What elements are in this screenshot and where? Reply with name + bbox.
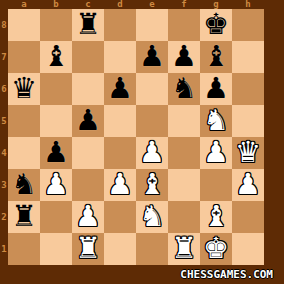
white-knight-g5: ♞ xyxy=(200,105,232,137)
square-a5 xyxy=(8,105,40,137)
square-g5: ♞ xyxy=(200,105,232,137)
square-a7 xyxy=(8,41,40,73)
square-e3: ♝ xyxy=(136,169,168,201)
square-a4 xyxy=(8,137,40,169)
black-pawn-g6: ♟ xyxy=(200,73,232,105)
square-f1: ♜ xyxy=(168,233,200,265)
square-b6 xyxy=(40,73,72,105)
white-pawn-c2: ♟ xyxy=(72,201,104,233)
black-knight-a3: ♞ xyxy=(8,169,40,201)
square-c8: ♜ xyxy=(72,9,104,41)
square-e2: ♞ xyxy=(136,201,168,233)
rank-label-6: 6 xyxy=(0,73,8,105)
black-bishop-b7: ♝ xyxy=(40,41,72,73)
square-c3 xyxy=(72,169,104,201)
white-queen-h4: ♛ xyxy=(232,137,264,169)
square-c2: ♟ xyxy=(72,201,104,233)
rank-label-5: 5 xyxy=(0,105,8,137)
file-label-b: b xyxy=(40,0,72,9)
black-rook-c8: ♜ xyxy=(72,9,104,41)
square-g7: ♝ xyxy=(200,41,232,73)
rank-label-8: 8 xyxy=(0,9,8,41)
file-label-c: c xyxy=(72,0,104,9)
chess-board: ♜♚♝♟♟♝♛♟♞♟♟♞♟♟♟♛♞♟♟♝♟♜♟♞♝♜♜♚ xyxy=(8,9,264,265)
square-h4: ♛ xyxy=(232,137,264,169)
square-e7: ♟ xyxy=(136,41,168,73)
square-c7 xyxy=(72,41,104,73)
white-pawn-d3: ♟ xyxy=(104,169,136,201)
white-rook-c1: ♜ xyxy=(72,233,104,265)
square-e5 xyxy=(136,105,168,137)
square-b7: ♝ xyxy=(40,41,72,73)
square-e6 xyxy=(136,73,168,105)
black-rook-a2: ♜ xyxy=(8,201,40,233)
square-h3: ♟ xyxy=(232,169,264,201)
square-b8 xyxy=(40,9,72,41)
file-label-h: h xyxy=(232,0,264,9)
file-label-d: d xyxy=(104,0,136,9)
square-f6: ♞ xyxy=(168,73,200,105)
square-c1: ♜ xyxy=(72,233,104,265)
square-h1 xyxy=(232,233,264,265)
file-label-a: a xyxy=(8,0,40,9)
white-bishop-e3: ♝ xyxy=(136,169,168,201)
black-pawn-c5: ♟ xyxy=(72,105,104,137)
square-f2 xyxy=(168,201,200,233)
square-c6 xyxy=(72,73,104,105)
square-h8 xyxy=(232,9,264,41)
square-f4 xyxy=(168,137,200,169)
square-g8: ♚ xyxy=(200,9,232,41)
square-g6: ♟ xyxy=(200,73,232,105)
square-c5: ♟ xyxy=(72,105,104,137)
white-rook-f1: ♜ xyxy=(168,233,200,265)
square-h5 xyxy=(232,105,264,137)
square-f5 xyxy=(168,105,200,137)
square-g3 xyxy=(200,169,232,201)
white-pawn-g4: ♟ xyxy=(200,137,232,169)
square-h6 xyxy=(232,73,264,105)
white-pawn-e4: ♟ xyxy=(136,137,168,169)
black-knight-f6: ♞ xyxy=(168,73,200,105)
square-b4: ♟ xyxy=(40,137,72,169)
rank-label-1: 1 xyxy=(0,233,8,265)
chess-diagram-frame: ♜♚♝♟♟♝♛♟♞♟♟♞♟♟♟♛♞♟♟♝♟♜♟♞♝♜♜♚ abcdefgh 87… xyxy=(0,0,284,284)
square-e4: ♟ xyxy=(136,137,168,169)
square-d7 xyxy=(104,41,136,73)
rank-label-2: 2 xyxy=(0,201,8,233)
square-b1 xyxy=(40,233,72,265)
rank-label-3: 3 xyxy=(0,169,8,201)
rank-label-4: 4 xyxy=(0,137,8,169)
square-a6: ♛ xyxy=(8,73,40,105)
square-b3: ♟ xyxy=(40,169,72,201)
white-pawn-b3: ♟ xyxy=(40,169,72,201)
black-pawn-d6: ♟ xyxy=(104,73,136,105)
square-b5 xyxy=(40,105,72,137)
white-bishop-g2: ♝ xyxy=(200,201,232,233)
square-g4: ♟ xyxy=(200,137,232,169)
rank-label-7: 7 xyxy=(0,41,8,73)
file-label-f: f xyxy=(168,0,200,9)
white-knight-e2: ♞ xyxy=(136,201,168,233)
file-label-g: g xyxy=(200,0,232,9)
square-d6: ♟ xyxy=(104,73,136,105)
file-label-e: e xyxy=(136,0,168,9)
square-h2 xyxy=(232,201,264,233)
square-d5 xyxy=(104,105,136,137)
square-f8 xyxy=(168,9,200,41)
chessgames-watermark: CHESSGAMES.COM xyxy=(180,268,273,281)
black-king-g8: ♚ xyxy=(200,9,232,41)
black-bishop-g7: ♝ xyxy=(200,41,232,73)
square-a2: ♜ xyxy=(8,201,40,233)
square-a1 xyxy=(8,233,40,265)
square-a8 xyxy=(8,9,40,41)
square-e8 xyxy=(136,9,168,41)
square-d3: ♟ xyxy=(104,169,136,201)
square-b2 xyxy=(40,201,72,233)
black-pawn-f7: ♟ xyxy=(168,41,200,73)
square-e1 xyxy=(136,233,168,265)
black-queen-a6: ♛ xyxy=(8,73,40,105)
black-pawn-b4: ♟ xyxy=(40,137,72,169)
square-f3 xyxy=(168,169,200,201)
white-king-g1: ♚ xyxy=(200,233,232,265)
white-pawn-h3: ♟ xyxy=(232,169,264,201)
black-pawn-e7: ♟ xyxy=(136,41,168,73)
square-g2: ♝ xyxy=(200,201,232,233)
square-d1 xyxy=(104,233,136,265)
square-f7: ♟ xyxy=(168,41,200,73)
square-c4 xyxy=(72,137,104,169)
square-a3: ♞ xyxy=(8,169,40,201)
square-d2 xyxy=(104,201,136,233)
square-h7 xyxy=(232,41,264,73)
square-d4 xyxy=(104,137,136,169)
square-d8 xyxy=(104,9,136,41)
square-g1: ♚ xyxy=(200,233,232,265)
